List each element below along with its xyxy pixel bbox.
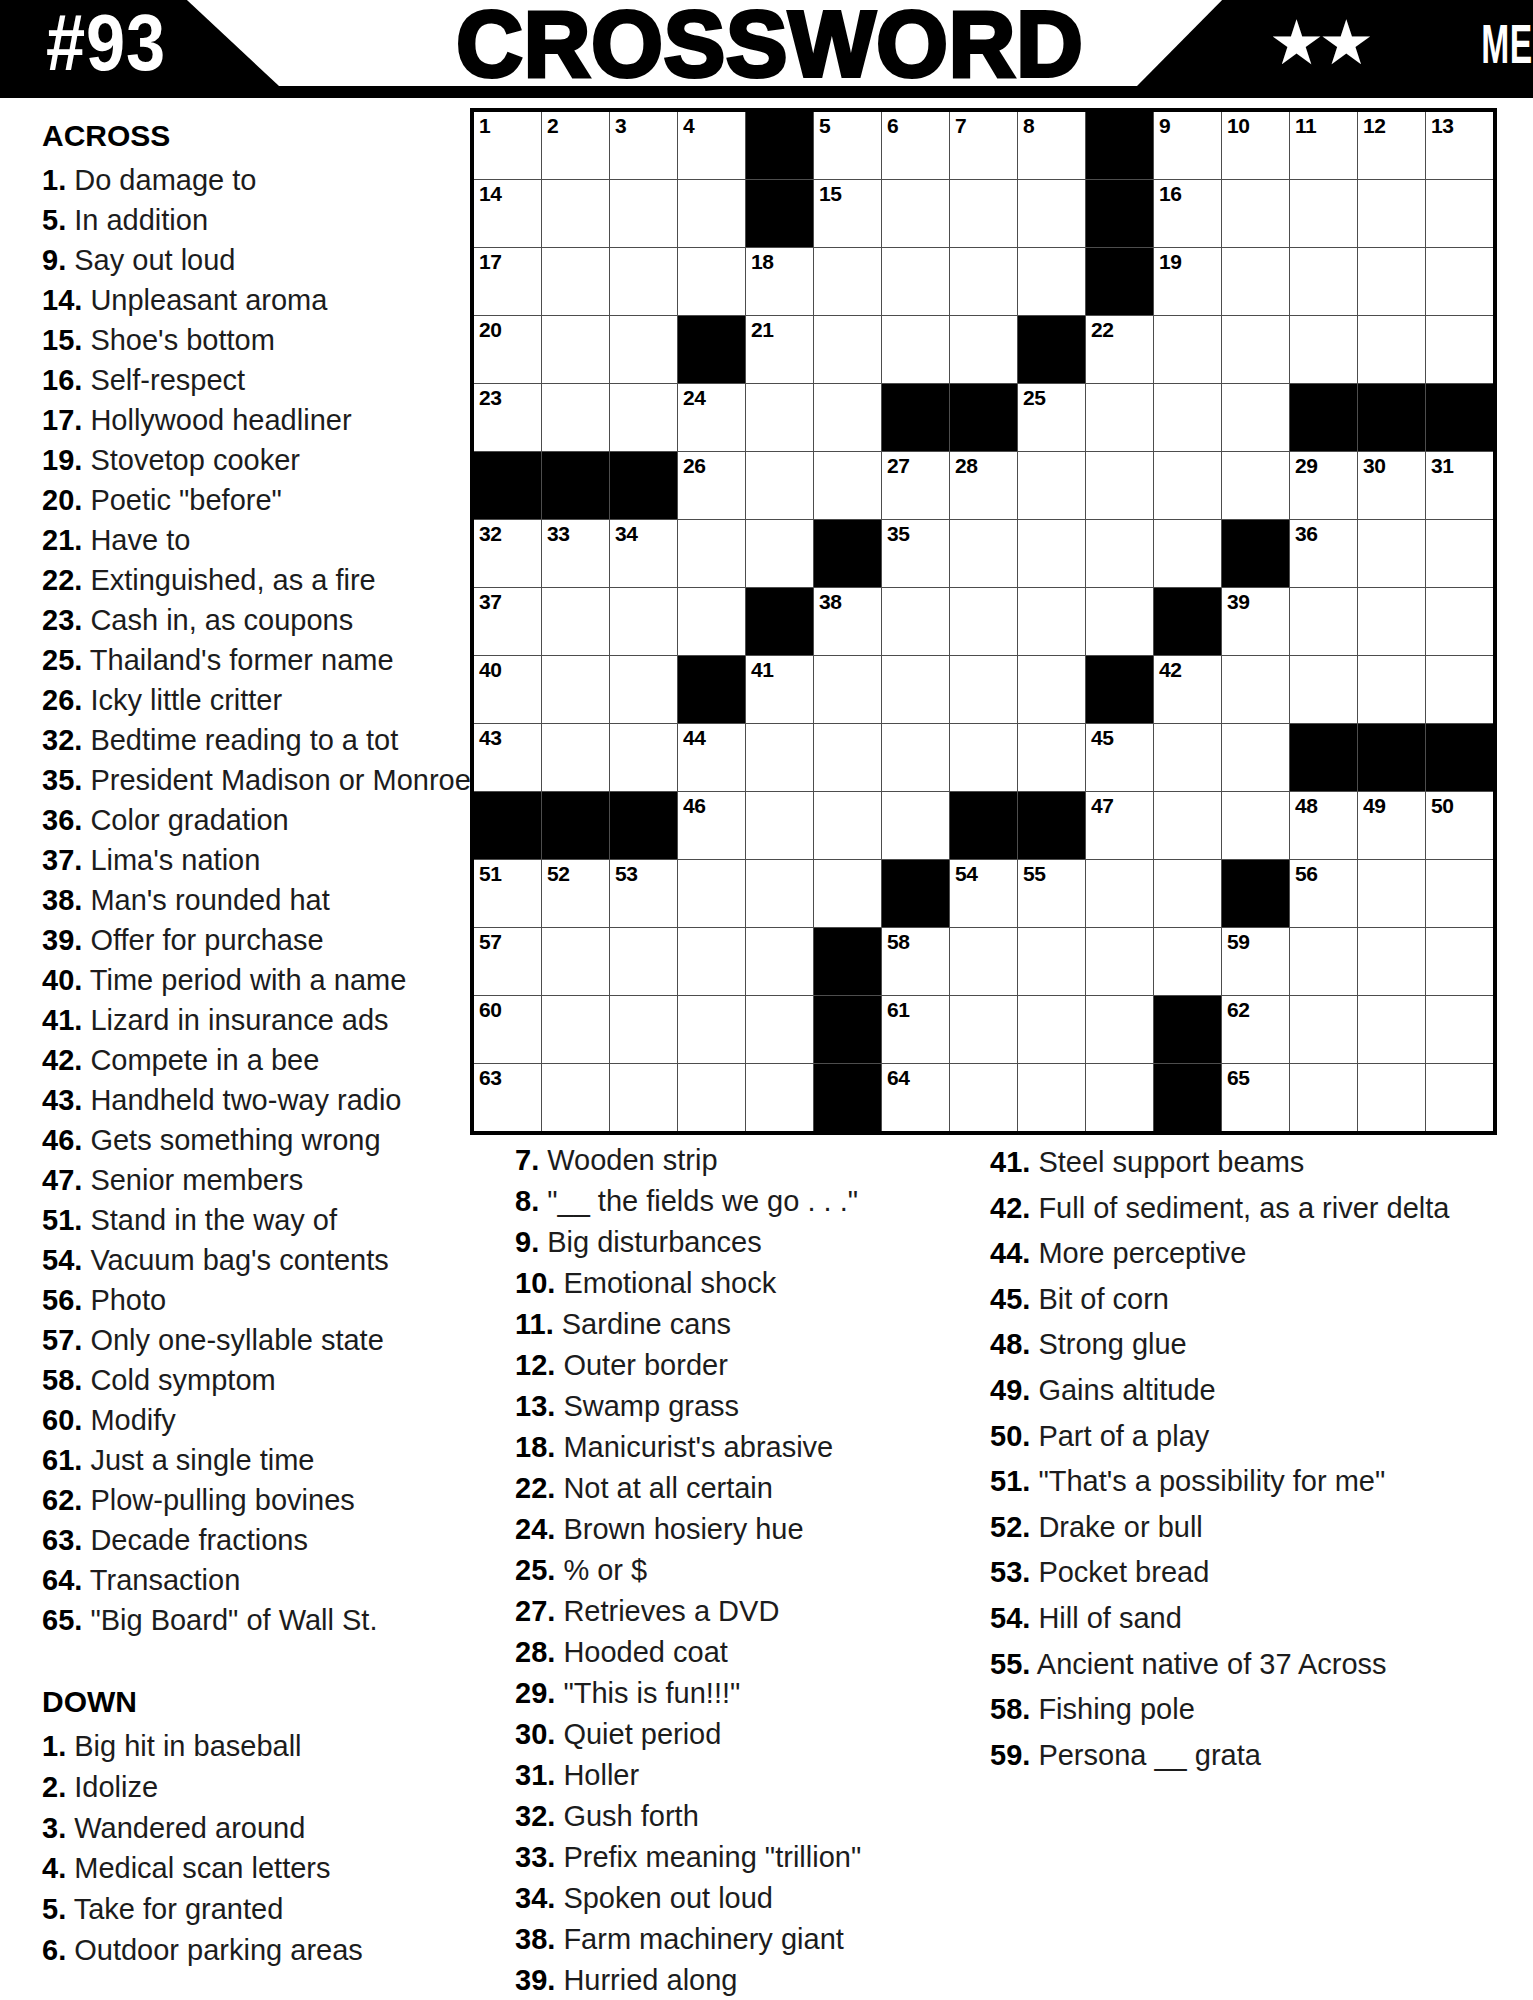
crossword-grid: 1234567891011121314151617181920212223242…: [470, 108, 1497, 1135]
block-cell: [678, 316, 745, 383]
grid-cell[interactable]: [814, 452, 881, 519]
grid-cell[interactable]: 43: [474, 724, 541, 791]
clue-item-64: 64. Transaction: [42, 1560, 482, 1600]
clue-number: 41.: [42, 1004, 82, 1036]
grid-cell[interactable]: 63: [474, 1064, 541, 1131]
cell-number: 54: [955, 862, 977, 886]
clue-number: 48.: [990, 1328, 1030, 1360]
grid-cell[interactable]: [542, 588, 609, 655]
grid-cell[interactable]: [542, 316, 609, 383]
clue-number: 35.: [42, 764, 82, 796]
clue-item-46: 46. Gets something wrong: [42, 1120, 482, 1160]
grid-cell[interactable]: [542, 928, 609, 995]
clue-item-22: 22. Extinguished, as a fire: [42, 560, 482, 600]
clue-item-40: 40. Time period with a name: [42, 960, 482, 1000]
grid-cell[interactable]: 60: [474, 996, 541, 1063]
clue-number: 18.: [515, 1431, 555, 1463]
block-cell: [746, 180, 813, 247]
clue-item-1: 1. Big hit in baseball: [42, 1726, 482, 1767]
grid-cell[interactable]: [610, 180, 677, 247]
grid-cell[interactable]: 40: [474, 656, 541, 723]
grid-cell[interactable]: 2: [542, 112, 609, 179]
grid-cell[interactable]: 34: [610, 520, 677, 587]
grid-cell[interactable]: [1154, 520, 1221, 587]
clue-number: 39.: [42, 924, 82, 956]
grid-cell[interactable]: 50: [1426, 792, 1493, 859]
grid-cell[interactable]: [1018, 180, 1085, 247]
clue-number: 26.: [42, 684, 82, 716]
grid-cell[interactable]: [678, 928, 745, 995]
clue-item-17: 17. Hollywood headliner: [42, 400, 482, 440]
grid-cell[interactable]: [1290, 588, 1357, 655]
clue-number: 38.: [42, 884, 82, 916]
grid-cell[interactable]: [950, 996, 1017, 1063]
grid-cell[interactable]: [1358, 996, 1425, 1063]
grid-cell[interactable]: [1358, 1064, 1425, 1131]
grid-cell[interactable]: [1018, 1064, 1085, 1131]
grid-cell[interactable]: [1154, 928, 1221, 995]
grid-cell[interactable]: 59: [1222, 928, 1289, 995]
grid-cell[interactable]: [1018, 724, 1085, 791]
grid-cell[interactable]: 51: [474, 860, 541, 927]
grid-cell[interactable]: 13: [1426, 112, 1493, 179]
clue-number: 9.: [515, 1226, 539, 1258]
grid-cell[interactable]: [542, 724, 609, 791]
clue-number: 17.: [42, 404, 82, 436]
grid-cell[interactable]: 41: [746, 656, 813, 723]
grid-cell[interactable]: 14: [474, 180, 541, 247]
clue-item-45: 45. Bit of corn: [990, 1277, 1530, 1323]
cell-number: 32: [479, 522, 501, 546]
grid-cell[interactable]: [1086, 588, 1153, 655]
grid-cell[interactable]: [950, 1064, 1017, 1131]
grid-cell[interactable]: [882, 248, 949, 315]
grid-cell[interactable]: 64: [882, 1064, 949, 1131]
grid-cell[interactable]: [882, 656, 949, 723]
block-cell: [1358, 384, 1425, 451]
grid-cell[interactable]: [1426, 588, 1493, 655]
block-cell: [1358, 724, 1425, 791]
grid-cell[interactable]: [950, 248, 1017, 315]
clue-item-26: 26. Icky little critter: [42, 680, 482, 720]
grid-cell[interactable]: 42: [1154, 656, 1221, 723]
grid-cell[interactable]: [1290, 180, 1357, 247]
grid-cell[interactable]: [1426, 656, 1493, 723]
grid-cell[interactable]: 47: [1086, 792, 1153, 859]
clue-item-49: 49. Gains altitude: [990, 1368, 1530, 1414]
grid-cell[interactable]: 18: [746, 248, 813, 315]
grid-cell[interactable]: [1086, 860, 1153, 927]
grid-cell[interactable]: [1290, 248, 1357, 315]
cell-number: 60: [479, 998, 501, 1022]
grid-cell[interactable]: 52: [542, 860, 609, 927]
grid-cell[interactable]: 37: [474, 588, 541, 655]
clue-number: 36.: [42, 804, 82, 836]
cell-number: 33: [547, 522, 569, 546]
cell-number: 46: [683, 794, 705, 818]
cell-number: 28: [955, 454, 977, 478]
clue-item-33: 33. Prefix meaning "trillion": [515, 1837, 995, 1878]
grid-cell[interactable]: 29: [1290, 452, 1357, 519]
puzzle-number: #93: [46, 0, 166, 86]
clue-item-54: 54. Vacuum bag's contents: [42, 1240, 482, 1280]
grid-cell[interactable]: 55: [1018, 860, 1085, 927]
grid-cell[interactable]: [1018, 996, 1085, 1063]
grid-cell[interactable]: [950, 520, 1017, 587]
clue-number: 44.: [990, 1237, 1030, 1269]
grid-cell[interactable]: [746, 792, 813, 859]
clue-item-44: 44. More perceptive: [990, 1231, 1530, 1277]
grid-cell[interactable]: [746, 996, 813, 1063]
grid-cell[interactable]: [610, 588, 677, 655]
grid-cell[interactable]: [1018, 656, 1085, 723]
block-cell: [746, 588, 813, 655]
clue-number: 10.: [515, 1267, 555, 1299]
grid-cell[interactable]: 65: [1222, 1064, 1289, 1131]
block-cell: [1154, 588, 1221, 655]
grid-cell[interactable]: [882, 180, 949, 247]
grid-cell[interactable]: 20: [474, 316, 541, 383]
clue-number: 4.: [42, 1852, 66, 1884]
grid-cell[interactable]: [746, 860, 813, 927]
grid-cell[interactable]: [1358, 928, 1425, 995]
grid-cell[interactable]: [678, 248, 745, 315]
grid-cell[interactable]: [1290, 1064, 1357, 1131]
grid-cell[interactable]: [746, 1064, 813, 1131]
block-cell: [814, 1064, 881, 1131]
grid-cell[interactable]: 12: [1358, 112, 1425, 179]
grid-cell[interactable]: 53: [610, 860, 677, 927]
clue-number: 62.: [42, 1484, 82, 1516]
clue-number: 12.: [515, 1349, 555, 1381]
grid-cell[interactable]: [1222, 724, 1289, 791]
clue-item-41: 41. Lizard in insurance ads: [42, 1000, 482, 1040]
clue-item-9: 9. Big disturbances: [515, 1222, 995, 1263]
grid-cell[interactable]: [542, 248, 609, 315]
grid-cell[interactable]: [1426, 520, 1493, 587]
grid-cell[interactable]: [1154, 792, 1221, 859]
grid-cell[interactable]: [1426, 248, 1493, 315]
grid-cell[interactable]: [950, 724, 1017, 791]
grid-cell[interactable]: 35: [882, 520, 949, 587]
grid-cell[interactable]: [1290, 996, 1357, 1063]
cell-number: 34: [615, 522, 637, 546]
grid-cell[interactable]: 5: [814, 112, 881, 179]
cell-number: 45: [1091, 726, 1113, 750]
grid-cell[interactable]: 46: [678, 792, 745, 859]
grid-cell[interactable]: [950, 928, 1017, 995]
block-cell: [474, 452, 541, 519]
clue-item-36: 36. Color gradation: [42, 800, 482, 840]
grid-cell[interactable]: [746, 928, 813, 995]
grid-cell[interactable]: [610, 724, 677, 791]
cell-number: 5: [819, 114, 830, 138]
grid-cell[interactable]: [542, 996, 609, 1063]
grid-cell[interactable]: [1358, 588, 1425, 655]
grid-cell[interactable]: 27: [882, 452, 949, 519]
cell-number: 6: [887, 114, 898, 138]
block-cell: [1086, 656, 1153, 723]
grid-cell[interactable]: 30: [1358, 452, 1425, 519]
grid-cell[interactable]: [814, 860, 881, 927]
grid-cell[interactable]: [1086, 996, 1153, 1063]
grid-cell[interactable]: 17: [474, 248, 541, 315]
block-cell: [1222, 520, 1289, 587]
grid-cell[interactable]: [1222, 316, 1289, 383]
block-cell: [1154, 996, 1221, 1063]
clue-item-22: 22. Not at all certain: [515, 1468, 995, 1509]
grid-cell[interactable]: [1358, 316, 1425, 383]
grid-cell[interactable]: [1154, 724, 1221, 791]
grid-cell[interactable]: [1018, 452, 1085, 519]
grid-cell[interactable]: [678, 588, 745, 655]
grid-cell[interactable]: [542, 384, 609, 451]
cell-number: 3: [615, 114, 626, 138]
grid-cell[interactable]: [1290, 928, 1357, 995]
cell-number: 53: [615, 862, 637, 886]
grid-cell[interactable]: 22: [1086, 316, 1153, 383]
grid-cell[interactable]: 62: [1222, 996, 1289, 1063]
clue-item-41: 41. Steel support beams: [990, 1140, 1530, 1186]
grid-cell[interactable]: [1358, 180, 1425, 247]
grid-cell[interactable]: [950, 316, 1017, 383]
grid-cell[interactable]: [1222, 180, 1289, 247]
grid-cell[interactable]: [1086, 1064, 1153, 1131]
grid-cell[interactable]: [1086, 384, 1153, 451]
grid-cell[interactable]: 21: [746, 316, 813, 383]
clue-item-32: 32. Bedtime reading to a tot: [42, 720, 482, 760]
grid-cell[interactable]: [610, 656, 677, 723]
grid-cell[interactable]: [882, 588, 949, 655]
grid-cell[interactable]: [610, 928, 677, 995]
grid-cell[interactable]: [1222, 248, 1289, 315]
clue-number: 24.: [515, 1513, 555, 1545]
grid-cell[interactable]: [1426, 1064, 1493, 1131]
difficulty-label: MEDIUM: [1481, 11, 1533, 76]
page: { "game": "crossword", "grid_size": {"ro…: [0, 0, 1533, 2000]
clue-item-13: 13. Swamp grass: [515, 1386, 995, 1427]
cell-number: 13: [1431, 114, 1453, 138]
grid-cell[interactable]: [678, 996, 745, 1063]
grid-cell[interactable]: [882, 792, 949, 859]
grid-cell[interactable]: 61: [882, 996, 949, 1063]
cell-number: 50: [1431, 794, 1453, 818]
grid-cell[interactable]: [678, 520, 745, 587]
clue-item-58: 58. Cold symptom: [42, 1360, 482, 1400]
cell-number: 29: [1295, 454, 1317, 478]
clue-item-24: 24. Brown hosiery hue: [515, 1509, 995, 1550]
clue-number: 28.: [515, 1636, 555, 1668]
clue-item-62: 62. Plow-pulling bovines: [42, 1480, 482, 1520]
grid-cell[interactable]: [1426, 996, 1493, 1063]
cell-number: 48: [1295, 794, 1317, 818]
grid-cell[interactable]: [1154, 316, 1221, 383]
cell-number: 10: [1227, 114, 1249, 138]
clue-item-5: 5. Take for granted: [42, 1889, 482, 1930]
grid-cell[interactable]: [1290, 656, 1357, 723]
clue-number: 25.: [42, 644, 82, 676]
grid-cell[interactable]: 33: [542, 520, 609, 587]
grid-cell[interactable]: [1222, 452, 1289, 519]
grid-cell[interactable]: [814, 316, 881, 383]
clue-item-51: 51. Stand in the way of: [42, 1200, 482, 1240]
grid-cell[interactable]: 49: [1358, 792, 1425, 859]
grid-cell[interactable]: [678, 180, 745, 247]
grid-cell[interactable]: [542, 180, 609, 247]
grid-cell[interactable]: [1018, 248, 1085, 315]
grid-cell[interactable]: 54: [950, 860, 1017, 927]
grid-cell[interactable]: [1426, 316, 1493, 383]
grid-cell[interactable]: [1358, 656, 1425, 723]
grid-cell[interactable]: 38: [814, 588, 881, 655]
clue-number: 16.: [42, 364, 82, 396]
clue-number: 55.: [990, 1648, 1030, 1680]
block-cell: [746, 112, 813, 179]
grid-cell[interactable]: [1018, 588, 1085, 655]
grid-cell[interactable]: [610, 248, 677, 315]
cell-number: 18: [751, 250, 773, 274]
grid-cell[interactable]: [814, 656, 881, 723]
grid-cell[interactable]: 3: [610, 112, 677, 179]
block-cell: [1426, 724, 1493, 791]
grid-cell[interactable]: 23: [474, 384, 541, 451]
grid-cell[interactable]: 8: [1018, 112, 1085, 179]
grid-cell[interactable]: 28: [950, 452, 1017, 519]
cell-number: 2: [547, 114, 558, 138]
grid-cell[interactable]: 7: [950, 112, 1017, 179]
grid-cell[interactable]: 39: [1222, 588, 1289, 655]
grid-cell[interactable]: [1154, 860, 1221, 927]
grid-cell[interactable]: [814, 384, 881, 451]
clue-number: 8.: [515, 1185, 539, 1217]
grid-cell[interactable]: [1426, 928, 1493, 995]
grid-cell[interactable]: [1086, 928, 1153, 995]
clue-number: 40.: [42, 964, 82, 996]
grid-cell[interactable]: [814, 724, 881, 791]
clue-item-21: 21. Have to: [42, 520, 482, 560]
grid-cell[interactable]: [610, 384, 677, 451]
grid-cell[interactable]: 31: [1426, 452, 1493, 519]
grid-cell[interactable]: [1358, 248, 1425, 315]
grid-cell[interactable]: [1358, 860, 1425, 927]
down-clues-list-middle: 7. Wooden strip8. "__ the fields we go .…: [515, 1140, 995, 2000]
grid-cell[interactable]: [1222, 384, 1289, 451]
cell-number: 51: [479, 862, 501, 886]
grid-cell[interactable]: 36: [1290, 520, 1357, 587]
clue-item-32: 32. Gush forth: [515, 1796, 995, 1837]
clue-item-54: 54. Hill of sand: [990, 1596, 1530, 1642]
grid-cell[interactable]: [814, 792, 881, 859]
grid-cell[interactable]: 4: [678, 112, 745, 179]
grid-cell[interactable]: 24: [678, 384, 745, 451]
grid-cell[interactable]: [882, 316, 949, 383]
grid-cell[interactable]: [542, 1064, 609, 1131]
grid-cell[interactable]: 44: [678, 724, 745, 791]
grid-cell[interactable]: [950, 180, 1017, 247]
cell-number: 19: [1159, 250, 1181, 274]
grid-cell[interactable]: [610, 316, 677, 383]
grid-cell[interactable]: [814, 248, 881, 315]
grid-cell[interactable]: 48: [1290, 792, 1357, 859]
cell-number: 61: [887, 998, 909, 1022]
clue-item-7: 7. Wooden strip: [515, 1140, 995, 1181]
clue-number: 52.: [990, 1511, 1030, 1543]
grid-cell[interactable]: 11: [1290, 112, 1357, 179]
grid-cell[interactable]: 6: [882, 112, 949, 179]
grid-cell[interactable]: 19: [1154, 248, 1221, 315]
grid-cell[interactable]: [1222, 792, 1289, 859]
grid-cell[interactable]: 25: [1018, 384, 1085, 451]
cell-number: 17: [479, 250, 501, 274]
grid-cell[interactable]: [1086, 452, 1153, 519]
clue-number: 60.: [42, 1404, 82, 1436]
grid-cell[interactable]: [1290, 316, 1357, 383]
clue-item-55: 55. Ancient native of 37 Across: [990, 1642, 1530, 1688]
grid-cell[interactable]: [678, 860, 745, 927]
grid-cell[interactable]: [1426, 860, 1493, 927]
grid-cell[interactable]: [746, 452, 813, 519]
clue-number: 21.: [42, 524, 82, 556]
grid-cell[interactable]: [610, 1064, 677, 1131]
grid-cell[interactable]: 9: [1154, 112, 1221, 179]
clue-item-11: 11. Sardine cans: [515, 1304, 995, 1345]
grid-cell[interactable]: [746, 520, 813, 587]
clue-item-47: 47. Senior members: [42, 1160, 482, 1200]
clue-number: 1.: [42, 164, 66, 196]
cell-number: 15: [819, 182, 841, 206]
grid-cell[interactable]: [1086, 520, 1153, 587]
clue-item-23: 23. Cash in, as coupons: [42, 600, 482, 640]
grid-cell[interactable]: [1018, 520, 1085, 587]
cell-number: 35: [887, 522, 909, 546]
grid-cell[interactable]: 15: [814, 180, 881, 247]
grid-cell[interactable]: [950, 588, 1017, 655]
grid-cell[interactable]: 57: [474, 928, 541, 995]
grid-cell[interactable]: [678, 1064, 745, 1131]
clue-item-5: 5. In addition: [42, 200, 482, 240]
grid-cell[interactable]: 32: [474, 520, 541, 587]
grid-cell[interactable]: 1: [474, 112, 541, 179]
clue-number: 58.: [42, 1364, 82, 1396]
grid-cell[interactable]: 56: [1290, 860, 1357, 927]
grid-cell[interactable]: 10: [1222, 112, 1289, 179]
grid-cell[interactable]: [746, 384, 813, 451]
grid-cell[interactable]: [1154, 452, 1221, 519]
grid-cell[interactable]: [950, 656, 1017, 723]
grid-cell[interactable]: [882, 724, 949, 791]
block-cell: [610, 792, 677, 859]
grid-cell[interactable]: 26: [678, 452, 745, 519]
block-cell: [1086, 248, 1153, 315]
grid-cell[interactable]: [1154, 384, 1221, 451]
grid-cell[interactable]: 16: [1154, 180, 1221, 247]
grid-cell[interactable]: [1222, 656, 1289, 723]
clue-number: 54.: [990, 1602, 1030, 1634]
grid-cell[interactable]: 45: [1086, 724, 1153, 791]
grid-cell[interactable]: [1426, 180, 1493, 247]
grid-cell[interactable]: [1018, 928, 1085, 995]
grid-cell[interactable]: [542, 656, 609, 723]
block-cell: [1222, 860, 1289, 927]
clue-item-39: 39. Offer for purchase: [42, 920, 482, 960]
grid-cell[interactable]: 58: [882, 928, 949, 995]
clue-item-43: 43. Handheld two-way radio: [42, 1080, 482, 1120]
grid-cell[interactable]: [746, 724, 813, 791]
cell-number: 9: [1159, 114, 1170, 138]
cell-number: 37: [479, 590, 501, 614]
grid-cell[interactable]: [610, 996, 677, 1063]
grid-cell[interactable]: [1358, 520, 1425, 587]
